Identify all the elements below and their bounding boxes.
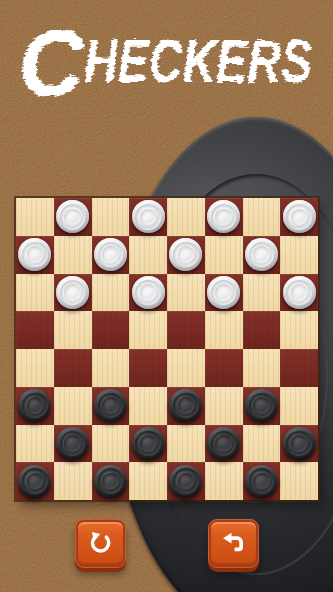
white-man[interactable] — [169, 238, 202, 271]
square-g6 — [243, 274, 281, 312]
square-f3 — [205, 387, 243, 425]
black-man[interactable] — [283, 427, 316, 460]
white-man[interactable] — [56, 200, 89, 233]
square-h4[interactable] — [280, 349, 318, 387]
white-man[interactable] — [283, 200, 316, 233]
piece-ring — [291, 284, 307, 300]
square-b4[interactable] — [54, 349, 92, 387]
square-g8 — [243, 198, 281, 236]
square-b7 — [54, 236, 92, 274]
square-h6[interactable] — [280, 274, 318, 312]
piece-ring — [64, 435, 80, 451]
piece-ring — [64, 284, 80, 300]
square-c1[interactable] — [92, 462, 130, 500]
square-a4 — [16, 349, 54, 387]
square-h8[interactable] — [280, 198, 318, 236]
square-e8 — [167, 198, 205, 236]
square-e6 — [167, 274, 205, 312]
piece-ring — [215, 209, 231, 225]
square-c7[interactable] — [92, 236, 130, 274]
piece-ring — [27, 246, 43, 262]
square-d4[interactable] — [129, 349, 167, 387]
square-c6 — [92, 274, 130, 312]
black-man[interactable] — [169, 389, 202, 422]
square-d3 — [129, 387, 167, 425]
square-f8[interactable] — [205, 198, 243, 236]
square-a1[interactable] — [16, 462, 54, 500]
square-a7[interactable] — [16, 236, 54, 274]
white-man[interactable] — [56, 276, 89, 309]
black-man[interactable] — [18, 465, 51, 498]
square-e1[interactable] — [167, 462, 205, 500]
black-man[interactable] — [245, 389, 278, 422]
black-man[interactable] — [207, 427, 240, 460]
square-h7 — [280, 236, 318, 274]
piece-ring — [291, 435, 307, 451]
title-rest: HECKERS — [84, 26, 312, 95]
board-grid — [16, 198, 318, 500]
piece-ring — [253, 397, 269, 413]
square-d2[interactable] — [129, 425, 167, 463]
square-b6[interactable] — [54, 274, 92, 312]
square-b3 — [54, 387, 92, 425]
piece-ring — [102, 473, 118, 489]
square-c4 — [92, 349, 130, 387]
white-man[interactable] — [245, 238, 278, 271]
square-d8[interactable] — [129, 198, 167, 236]
square-b1 — [54, 462, 92, 500]
square-c8 — [92, 198, 130, 236]
black-man[interactable] — [56, 427, 89, 460]
white-man[interactable] — [132, 276, 165, 309]
white-man[interactable] — [18, 238, 51, 271]
white-man[interactable] — [207, 200, 240, 233]
square-c3[interactable] — [92, 387, 130, 425]
app-title: C HECKERS — [0, 0, 333, 112]
black-man[interactable] — [132, 427, 165, 460]
square-f4[interactable] — [205, 349, 243, 387]
square-a6 — [16, 274, 54, 312]
undo-button[interactable] — [208, 519, 259, 568]
piece-ring — [102, 397, 118, 413]
square-h5 — [280, 311, 318, 349]
square-h1 — [280, 462, 318, 500]
restart-button-face — [78, 522, 123, 565]
square-a5[interactable] — [16, 311, 54, 349]
square-a8 — [16, 198, 54, 236]
white-man[interactable] — [132, 200, 165, 233]
white-man[interactable] — [207, 276, 240, 309]
piece-ring — [215, 435, 231, 451]
square-b5 — [54, 311, 92, 349]
black-man[interactable] — [94, 465, 127, 498]
piece-ring — [253, 246, 269, 262]
square-g4 — [243, 349, 281, 387]
square-g7[interactable] — [243, 236, 281, 274]
restart-icon — [87, 530, 114, 557]
square-e2 — [167, 425, 205, 463]
piece-ring — [27, 397, 43, 413]
square-f1 — [205, 462, 243, 500]
square-d6[interactable] — [129, 274, 167, 312]
square-b2[interactable] — [54, 425, 92, 463]
undo-button-face — [211, 522, 256, 565]
square-f2[interactable] — [205, 425, 243, 463]
piece-ring — [178, 246, 194, 262]
square-f5 — [205, 311, 243, 349]
title-first-letter: C — [18, 12, 86, 112]
black-man[interactable] — [18, 389, 51, 422]
white-man[interactable] — [94, 238, 127, 271]
square-f7 — [205, 236, 243, 274]
square-g2 — [243, 425, 281, 463]
square-e5[interactable] — [167, 311, 205, 349]
piece-ring — [215, 284, 231, 300]
piece-ring — [178, 397, 194, 413]
square-a2 — [16, 425, 54, 463]
piece-ring — [140, 284, 156, 300]
square-e4 — [167, 349, 205, 387]
square-a3[interactable] — [16, 387, 54, 425]
square-g1[interactable] — [243, 462, 281, 500]
square-d7 — [129, 236, 167, 274]
black-man[interactable] — [169, 465, 202, 498]
square-e3[interactable] — [167, 387, 205, 425]
checkers-app: C HECKERS — [0, 0, 333, 592]
undo-icon — [220, 530, 247, 557]
square-h2[interactable] — [280, 425, 318, 463]
black-man[interactable] — [245, 465, 278, 498]
square-f6[interactable] — [205, 274, 243, 312]
square-e7[interactable] — [167, 236, 205, 274]
piece-ring — [253, 473, 269, 489]
piece-ring — [140, 435, 156, 451]
white-man[interactable] — [283, 276, 316, 309]
square-h3 — [280, 387, 318, 425]
square-c2 — [92, 425, 130, 463]
piece-ring — [64, 209, 80, 225]
square-g5[interactable] — [243, 311, 281, 349]
black-man[interactable] — [94, 389, 127, 422]
square-d5 — [129, 311, 167, 349]
restart-button[interactable] — [75, 519, 126, 568]
square-d1 — [129, 462, 167, 500]
square-g3[interactable] — [243, 387, 281, 425]
square-c5[interactable] — [92, 311, 130, 349]
square-b8[interactable] — [54, 198, 92, 236]
piece-ring — [102, 246, 118, 262]
